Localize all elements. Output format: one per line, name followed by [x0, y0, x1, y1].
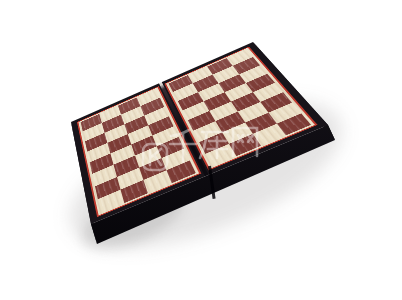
stock-watermark: 千库网 — [140, 114, 260, 182]
watermark-char-qian — [170, 130, 196, 162]
qianku-logo-icon — [143, 144, 167, 170]
photo-stage: 千库网 — [0, 0, 402, 300]
watermark-char-wang — [233, 128, 257, 156]
watermark-char-ku — [200, 132, 228, 158]
